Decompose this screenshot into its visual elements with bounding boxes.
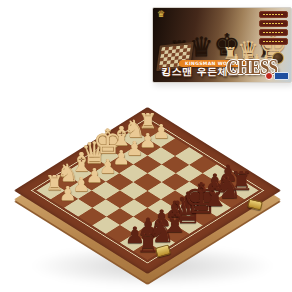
- feature-ribbons: [259, 11, 288, 45]
- product-photo: ♜♞♝♛♚♝♞♜♟♟♟♟♟♟♟♟♟♟♟♟♟♟♟♟♜♞♝♛♚♝♞♜ ♛ ♞♜♛♚♝…: [0, 0, 292, 292]
- logo-red-circle-icon: [265, 72, 273, 80]
- piece-dark-rook: ♜: [230, 168, 253, 194]
- feature-ribbon: [259, 11, 288, 18]
- feature-ribbon: [259, 29, 288, 36]
- feature-ribbon: [259, 20, 288, 27]
- feature-ribbon: [259, 38, 288, 45]
- product-box: ♛ ♞♜♛♚♝♜ ♟♟♟ ♜♛♚♝♞ ♟♟♟♟ KINGSMAN WOODEN …: [152, 7, 292, 83]
- box-piece-bishop: ♝: [288, 36, 292, 62]
- piece-light-pawn: ♟: [153, 122, 170, 141]
- maker-logo: [265, 72, 289, 80]
- logo-blue-tag-icon: [274, 72, 289, 80]
